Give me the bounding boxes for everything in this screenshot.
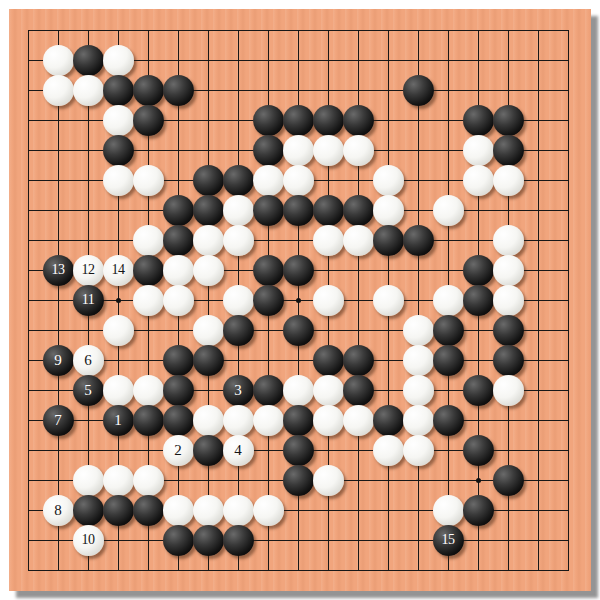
board-intersection[interactable] <box>13 495 43 525</box>
board-intersection[interactable]: 7 <box>43 405 73 435</box>
board-intersection[interactable] <box>163 525 193 555</box>
board-intersection[interactable] <box>493 465 523 495</box>
board-intersection[interactable] <box>163 105 193 135</box>
board-intersection[interactable] <box>343 345 373 375</box>
board-intersection[interactable] <box>373 225 403 255</box>
board-intersection[interactable] <box>13 75 43 105</box>
board-intersection[interactable] <box>313 345 343 375</box>
board-intersection[interactable] <box>403 345 433 375</box>
board-intersection[interactable] <box>13 465 43 495</box>
board-intersection[interactable] <box>463 405 493 435</box>
board-intersection[interactable] <box>463 195 493 225</box>
board-intersection[interactable] <box>103 75 133 105</box>
board-intersection[interactable] <box>43 75 73 105</box>
board-intersection[interactable] <box>163 225 193 255</box>
board-intersection[interactable] <box>403 525 433 555</box>
board-intersection[interactable] <box>193 75 223 105</box>
board-intersection[interactable]: 4 <box>223 435 253 465</box>
board-intersection[interactable] <box>13 45 43 75</box>
board-intersection[interactable] <box>13 255 43 285</box>
board-intersection[interactable] <box>223 405 253 435</box>
board-intersection[interactable] <box>433 135 463 165</box>
board-intersection[interactable] <box>193 285 223 315</box>
board-intersection[interactable] <box>403 15 433 45</box>
board-intersection[interactable] <box>163 15 193 45</box>
board-intersection[interactable] <box>403 195 433 225</box>
board-intersection[interactable] <box>223 165 253 195</box>
board-intersection[interactable] <box>493 45 523 75</box>
board-intersection[interactable]: 2 <box>163 435 193 465</box>
board-intersection[interactable] <box>43 225 73 255</box>
board-intersection[interactable] <box>13 195 43 225</box>
board-intersection[interactable] <box>223 15 253 45</box>
board-intersection[interactable] <box>43 375 73 405</box>
board-intersection[interactable] <box>43 315 73 345</box>
board-intersection[interactable] <box>43 555 73 585</box>
board-intersection[interactable] <box>193 165 223 195</box>
board-intersection[interactable] <box>433 495 463 525</box>
board-intersection[interactable] <box>523 45 553 75</box>
board-intersection[interactable] <box>223 105 253 135</box>
board-intersection[interactable] <box>343 405 373 435</box>
board-intersection[interactable] <box>463 345 493 375</box>
board-intersection[interactable]: 15 <box>433 525 463 555</box>
board-intersection[interactable] <box>133 165 163 195</box>
board-intersection[interactable] <box>13 375 43 405</box>
board-intersection[interactable] <box>103 465 133 495</box>
board-intersection[interactable] <box>343 135 373 165</box>
board-intersection[interactable] <box>103 345 133 375</box>
board-intersection[interactable] <box>73 135 103 165</box>
board-intersection[interactable] <box>43 465 73 495</box>
board-intersection[interactable] <box>313 135 343 165</box>
board-intersection[interactable] <box>523 255 553 285</box>
board-intersection[interactable] <box>253 435 283 465</box>
board-intersection[interactable] <box>493 195 523 225</box>
board-intersection[interactable] <box>283 285 313 315</box>
board-intersection[interactable] <box>283 375 313 405</box>
board-intersection[interactable] <box>163 75 193 105</box>
board-intersection[interactable] <box>13 15 43 45</box>
board-intersection[interactable] <box>403 405 433 435</box>
board-intersection[interactable] <box>493 315 523 345</box>
board-intersection[interactable] <box>313 555 343 585</box>
board-intersection[interactable] <box>103 195 133 225</box>
board-intersection[interactable] <box>403 495 433 525</box>
board-intersection[interactable] <box>493 105 523 135</box>
board-intersection[interactable] <box>343 75 373 105</box>
board-intersection[interactable] <box>163 555 193 585</box>
board-intersection[interactable] <box>553 225 583 255</box>
board-intersection[interactable] <box>343 105 373 135</box>
board-intersection[interactable] <box>373 135 403 165</box>
board-intersection[interactable] <box>373 195 403 225</box>
board-intersection[interactable] <box>493 345 523 375</box>
board-intersection[interactable] <box>163 465 193 495</box>
board-intersection[interactable] <box>103 225 133 255</box>
board-intersection[interactable] <box>343 195 373 225</box>
board-intersection[interactable] <box>193 525 223 555</box>
board-intersection[interactable] <box>133 315 163 345</box>
board-intersection[interactable] <box>433 225 463 255</box>
board-intersection[interactable] <box>103 375 133 405</box>
board-intersection[interactable] <box>283 345 313 375</box>
board-intersection[interactable] <box>313 165 343 195</box>
board-intersection[interactable] <box>523 375 553 405</box>
board-intersection[interactable] <box>433 405 463 435</box>
board-intersection[interactable] <box>343 495 373 525</box>
board-intersection[interactable] <box>133 75 163 105</box>
board-intersection[interactable] <box>253 255 283 285</box>
board-intersection[interactable] <box>523 315 553 345</box>
board-intersection[interactable] <box>553 555 583 585</box>
board-intersection[interactable] <box>553 45 583 75</box>
board-intersection[interactable] <box>223 255 253 285</box>
board-intersection[interactable]: 10 <box>73 525 103 555</box>
board-intersection[interactable] <box>493 255 523 285</box>
board-intersection[interactable] <box>283 135 313 165</box>
board-intersection[interactable] <box>163 495 193 525</box>
board-intersection[interactable] <box>373 465 403 495</box>
board-intersection[interactable]: 9 <box>43 345 73 375</box>
board-intersection[interactable] <box>133 555 163 585</box>
board-intersection[interactable] <box>13 225 43 255</box>
board-intersection[interactable] <box>73 555 103 585</box>
board-intersection[interactable] <box>103 285 133 315</box>
board-intersection[interactable] <box>373 75 403 105</box>
board-intersection[interactable] <box>553 345 583 375</box>
board-intersection[interactable] <box>223 135 253 165</box>
board-intersection[interactable] <box>73 105 103 135</box>
board-intersection[interactable] <box>283 45 313 75</box>
board-intersection[interactable] <box>523 495 553 525</box>
board-intersection[interactable] <box>433 165 463 195</box>
board-intersection[interactable] <box>133 495 163 525</box>
board-intersection[interactable] <box>523 555 553 585</box>
board-intersection[interactable] <box>133 375 163 405</box>
board-intersection[interactable] <box>463 525 493 555</box>
board-intersection[interactable] <box>523 105 553 135</box>
board-intersection[interactable] <box>73 75 103 105</box>
board-intersection[interactable] <box>343 225 373 255</box>
board-intersection[interactable] <box>403 225 433 255</box>
board-intersection[interactable] <box>13 525 43 555</box>
board-intersection[interactable] <box>373 555 403 585</box>
board-intersection[interactable] <box>373 405 403 435</box>
board-intersection[interactable] <box>403 465 433 495</box>
board-intersection[interactable] <box>163 405 193 435</box>
board-intersection[interactable] <box>103 105 133 135</box>
board-intersection[interactable] <box>343 315 373 345</box>
board-intersection[interactable] <box>553 285 583 315</box>
board-intersection[interactable] <box>463 105 493 135</box>
board-intersection[interactable] <box>283 15 313 45</box>
board-intersection[interactable] <box>13 555 43 585</box>
board-intersection[interactable] <box>343 465 373 495</box>
board-intersection[interactable] <box>433 285 463 315</box>
board-intersection[interactable] <box>463 555 493 585</box>
board-intersection[interactable] <box>13 285 43 315</box>
board-intersection[interactable] <box>43 135 73 165</box>
board-intersection[interactable] <box>193 495 223 525</box>
board-intersection[interactable] <box>283 225 313 255</box>
board-intersection[interactable] <box>493 435 523 465</box>
board-intersection[interactable] <box>523 135 553 165</box>
board-intersection[interactable] <box>313 435 343 465</box>
board-intersection[interactable] <box>73 405 103 435</box>
board-intersection[interactable] <box>523 345 553 375</box>
board-intersection[interactable] <box>343 525 373 555</box>
board-intersection[interactable] <box>493 555 523 585</box>
board-intersection[interactable] <box>403 105 433 135</box>
board-intersection[interactable] <box>223 285 253 315</box>
board-intersection[interactable] <box>463 165 493 195</box>
board-intersection[interactable] <box>433 15 463 45</box>
board-intersection[interactable] <box>13 135 43 165</box>
board-intersection[interactable] <box>283 435 313 465</box>
board-intersection[interactable] <box>553 405 583 435</box>
board-intersection[interactable] <box>523 75 553 105</box>
board-intersection[interactable] <box>463 255 493 285</box>
board-intersection[interactable] <box>553 165 583 195</box>
board-intersection[interactable] <box>283 495 313 525</box>
board-intersection[interactable] <box>133 15 163 45</box>
board-intersection[interactable] <box>253 105 283 135</box>
board-intersection[interactable]: 1 <box>103 405 133 435</box>
board-intersection[interactable] <box>163 315 193 345</box>
board-intersection[interactable] <box>283 555 313 585</box>
board-intersection[interactable]: 6 <box>73 345 103 375</box>
board-intersection[interactable] <box>283 525 313 555</box>
board-intersection[interactable] <box>283 165 313 195</box>
board-intersection[interactable] <box>373 495 403 525</box>
board-intersection[interactable] <box>403 135 433 165</box>
board-intersection[interactable] <box>133 345 163 375</box>
board-intersection[interactable] <box>193 195 223 225</box>
board-intersection[interactable] <box>193 315 223 345</box>
board-intersection[interactable] <box>223 315 253 345</box>
board-intersection[interactable] <box>553 255 583 285</box>
board-intersection[interactable] <box>43 435 73 465</box>
board-intersection[interactable] <box>193 375 223 405</box>
board-intersection[interactable] <box>253 465 283 495</box>
board-intersection[interactable] <box>373 375 403 405</box>
board-intersection[interactable] <box>553 105 583 135</box>
board-intersection[interactable] <box>523 15 553 45</box>
board-intersection[interactable] <box>223 225 253 255</box>
board-intersection[interactable] <box>493 285 523 315</box>
board-intersection[interactable] <box>133 135 163 165</box>
board-intersection[interactable] <box>43 15 73 45</box>
board-intersection[interactable] <box>73 225 103 255</box>
board-intersection[interactable] <box>553 315 583 345</box>
board-intersection[interactable] <box>163 195 193 225</box>
board-intersection[interactable] <box>313 75 343 105</box>
board-intersection[interactable] <box>253 225 283 255</box>
board-intersection[interactable] <box>433 195 463 225</box>
board-intersection[interactable] <box>193 465 223 495</box>
board-intersection[interactable] <box>223 45 253 75</box>
board-intersection[interactable] <box>13 405 43 435</box>
board-intersection[interactable] <box>493 225 523 255</box>
board-intersection[interactable] <box>43 45 73 75</box>
board-intersection[interactable] <box>553 435 583 465</box>
board-intersection[interactable] <box>43 195 73 225</box>
board-intersection[interactable] <box>253 165 283 195</box>
board-intersection[interactable] <box>73 465 103 495</box>
board-intersection[interactable] <box>253 195 283 225</box>
board-intersection[interactable] <box>253 405 283 435</box>
board-intersection[interactable] <box>373 165 403 195</box>
board-intersection[interactable] <box>253 315 283 345</box>
board-intersection[interactable] <box>463 45 493 75</box>
board-intersection[interactable] <box>433 375 463 405</box>
board-intersection[interactable] <box>43 105 73 135</box>
board-intersection[interactable] <box>373 15 403 45</box>
board-intersection[interactable] <box>253 285 283 315</box>
board-intersection[interactable] <box>343 375 373 405</box>
board-intersection[interactable] <box>373 45 403 75</box>
board-intersection[interactable] <box>283 255 313 285</box>
board-intersection[interactable] <box>403 45 433 75</box>
board-intersection[interactable] <box>133 105 163 135</box>
board-intersection[interactable] <box>133 465 163 495</box>
board-intersection[interactable] <box>463 135 493 165</box>
board-intersection[interactable] <box>253 525 283 555</box>
board-intersection[interactable] <box>43 525 73 555</box>
board-intersection[interactable] <box>163 285 193 315</box>
board-intersection[interactable] <box>463 495 493 525</box>
board-intersection[interactable] <box>493 405 523 435</box>
board-intersection[interactable] <box>553 75 583 105</box>
board-intersection[interactable] <box>313 375 343 405</box>
board-intersection[interactable] <box>493 15 523 45</box>
board-intersection[interactable] <box>343 165 373 195</box>
board-intersection[interactable] <box>43 165 73 195</box>
board-intersection[interactable] <box>163 135 193 165</box>
board-intersection[interactable] <box>493 75 523 105</box>
board-intersection[interactable] <box>163 165 193 195</box>
board-intersection[interactable] <box>103 555 133 585</box>
board-intersection[interactable] <box>13 435 43 465</box>
board-intersection[interactable] <box>133 435 163 465</box>
board-intersection[interactable] <box>313 195 343 225</box>
board-intersection[interactable] <box>223 345 253 375</box>
board-intersection[interactable] <box>463 225 493 255</box>
board-intersection[interactable]: 12 <box>73 255 103 285</box>
board-intersection[interactable] <box>253 375 283 405</box>
board-intersection[interactable] <box>523 525 553 555</box>
board-intersection[interactable] <box>193 45 223 75</box>
board-intersection[interactable] <box>133 285 163 315</box>
board-intersection[interactable] <box>433 75 463 105</box>
board-intersection[interactable] <box>103 135 133 165</box>
board-intersection[interactable] <box>103 435 133 465</box>
board-intersection[interactable] <box>193 225 223 255</box>
board-intersection[interactable] <box>523 465 553 495</box>
board-intersection[interactable] <box>133 225 163 255</box>
board-intersection[interactable] <box>403 75 433 105</box>
board-intersection[interactable] <box>523 195 553 225</box>
board-intersection[interactable] <box>223 525 253 555</box>
board-intersection[interactable] <box>433 435 463 465</box>
board-intersection[interactable] <box>193 345 223 375</box>
board-intersection[interactable] <box>73 165 103 195</box>
board-intersection[interactable] <box>13 105 43 135</box>
board-intersection[interactable] <box>463 75 493 105</box>
board-intersection[interactable] <box>463 375 493 405</box>
board-intersection[interactable] <box>403 165 433 195</box>
board-intersection[interactable] <box>103 45 133 75</box>
board-intersection[interactable] <box>133 255 163 285</box>
board-intersection[interactable] <box>43 285 73 315</box>
board-intersection[interactable] <box>193 555 223 585</box>
board-intersection[interactable]: 13 <box>43 255 73 285</box>
board-intersection[interactable] <box>373 525 403 555</box>
board-intersection[interactable] <box>283 315 313 345</box>
board-intersection[interactable] <box>343 435 373 465</box>
board-intersection[interactable] <box>553 525 583 555</box>
board-intersection[interactable] <box>343 45 373 75</box>
board-intersection[interactable] <box>433 345 463 375</box>
board-intersection[interactable] <box>253 45 283 75</box>
board-intersection[interactable] <box>553 135 583 165</box>
board-intersection[interactable] <box>463 15 493 45</box>
board-intersection[interactable] <box>253 75 283 105</box>
board-intersection[interactable] <box>433 105 463 135</box>
board-intersection[interactable] <box>493 495 523 525</box>
board-intersection[interactable] <box>313 225 343 255</box>
board-intersection[interactable] <box>463 285 493 315</box>
board-intersection[interactable] <box>313 495 343 525</box>
board-intersection[interactable] <box>313 285 343 315</box>
board-intersection[interactable] <box>463 435 493 465</box>
board-intersection[interactable] <box>103 165 133 195</box>
board-intersection[interactable]: 5 <box>73 375 103 405</box>
board-intersection[interactable] <box>133 45 163 75</box>
board-intersection[interactable] <box>493 375 523 405</box>
board-intersection[interactable] <box>223 75 253 105</box>
board-intersection[interactable] <box>373 315 403 345</box>
board-intersection[interactable] <box>313 405 343 435</box>
board-intersection[interactable] <box>343 555 373 585</box>
board-intersection[interactable] <box>553 375 583 405</box>
board-intersection[interactable] <box>283 405 313 435</box>
board-intersection[interactable] <box>433 45 463 75</box>
board-intersection[interactable] <box>373 255 403 285</box>
board-intersection[interactable] <box>223 465 253 495</box>
board-intersection[interactable] <box>433 555 463 585</box>
board-intersection[interactable] <box>223 495 253 525</box>
board-intersection[interactable] <box>343 15 373 45</box>
board-intersection[interactable] <box>553 15 583 45</box>
board-intersection[interactable] <box>223 195 253 225</box>
board-intersection[interactable] <box>313 255 343 285</box>
board-intersection[interactable] <box>403 375 433 405</box>
board-intersection[interactable] <box>463 315 493 345</box>
board-intersection[interactable] <box>253 345 283 375</box>
board-intersection[interactable] <box>163 345 193 375</box>
board-intersection[interactable]: 11 <box>73 285 103 315</box>
board-intersection[interactable] <box>343 285 373 315</box>
board-intersection[interactable] <box>253 555 283 585</box>
board-intersection[interactable] <box>373 105 403 135</box>
board-intersection[interactable] <box>493 525 523 555</box>
board-intersection[interactable] <box>223 555 253 585</box>
board-intersection[interactable] <box>163 375 193 405</box>
board-intersection[interactable] <box>523 405 553 435</box>
board-intersection[interactable] <box>103 315 133 345</box>
